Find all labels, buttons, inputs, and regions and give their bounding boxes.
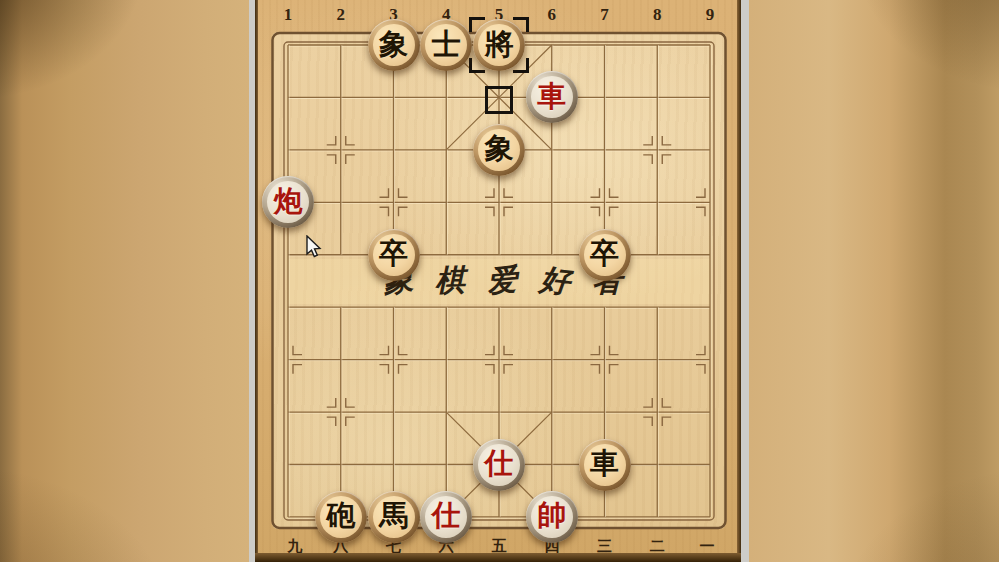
- board-edge-bottom: [255, 553, 741, 562]
- xiangqi-board[interactable]: 123456789九八七六五四三二一 象棋爱好者 象士將車象炮卒卒仕車砲馬仕帥: [255, 0, 741, 562]
- piece-black-soldier[interactable]: 卒: [579, 229, 631, 281]
- piece-glyph: 帥: [537, 501, 566, 530]
- piece-face: 炮: [267, 181, 309, 223]
- piece-glyph: 士: [432, 30, 461, 59]
- piece-red-advisor[interactable]: 仕: [473, 439, 525, 491]
- board-edge-strip-right: [741, 0, 749, 562]
- piece-face: 象: [373, 24, 415, 66]
- piece-face: 車: [584, 444, 626, 486]
- piece-black-cannon[interactable]: 砲: [315, 491, 367, 543]
- piece-face: 仕: [478, 444, 520, 486]
- piece-face: 帥: [531, 496, 573, 538]
- blurred-background-right: [749, 0, 999, 562]
- file-label-top-7: 7: [600, 5, 609, 25]
- river-char-2: 棋: [434, 260, 465, 302]
- piece-glyph: 仕: [432, 501, 461, 530]
- piece-black-elephant[interactable]: 象: [473, 124, 525, 176]
- board-edge-left: [255, 0, 258, 562]
- file-label-top-6: 6: [548, 5, 557, 25]
- piece-red-general[interactable]: 帥: [526, 491, 578, 543]
- piece-face: 卒: [373, 234, 415, 276]
- board-edge-right: [737, 0, 741, 562]
- river-char-3: 爱: [485, 259, 518, 302]
- piece-red-advisor[interactable]: 仕: [420, 491, 472, 543]
- piece-glyph: 象: [485, 134, 514, 163]
- game-screenshot: 123456789九八七六五四三二一 象棋爱好者 象士將車象炮卒卒仕車砲馬仕帥: [0, 0, 999, 562]
- piece-face: 象: [478, 129, 520, 171]
- piece-black-general[interactable]: 將: [473, 19, 525, 71]
- file-label-top-2: 2: [337, 5, 346, 25]
- mouse-cursor: [306, 235, 322, 259]
- piece-red-cannon[interactable]: 炮: [262, 176, 314, 228]
- river-char-4: 好: [538, 259, 572, 303]
- file-label-top-1: 1: [284, 5, 293, 25]
- piece-face: 將: [478, 24, 520, 66]
- piece-glyph: 炮: [274, 187, 303, 216]
- piece-glyph: 車: [590, 449, 619, 478]
- blurred-background-left: [0, 0, 249, 562]
- piece-face: 仕: [425, 496, 467, 538]
- piece-glyph: 砲: [326, 501, 355, 530]
- piece-face: 砲: [320, 496, 362, 538]
- piece-glyph: 卒: [590, 239, 619, 268]
- piece-face: 卒: [584, 234, 626, 276]
- piece-black-horse[interactable]: 馬: [368, 491, 420, 543]
- piece-glyph: 馬: [379, 501, 408, 530]
- piece-face: 車: [531, 76, 573, 118]
- piece-face: 馬: [373, 496, 415, 538]
- file-label-top-9: 9: [706, 5, 715, 25]
- piece-black-chariot[interactable]: 車: [579, 439, 631, 491]
- piece-glyph: 象: [379, 30, 408, 59]
- piece-red-chariot[interactable]: 車: [526, 71, 578, 123]
- piece-glyph: 車: [537, 82, 566, 111]
- piece-black-elephant[interactable]: 象: [368, 19, 420, 71]
- piece-black-advisor[interactable]: 士: [420, 19, 472, 71]
- piece-face: 士: [425, 24, 467, 66]
- piece-black-soldier[interactable]: 卒: [368, 229, 420, 281]
- piece-glyph: 仕: [485, 449, 514, 478]
- piece-glyph: 將: [485, 30, 514, 59]
- piece-glyph: 卒: [379, 239, 408, 268]
- file-label-top-8: 8: [653, 5, 662, 25]
- last-move-origin-marker: [485, 86, 513, 114]
